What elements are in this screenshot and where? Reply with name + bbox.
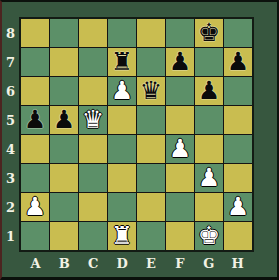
chess-board-window: 8 7 6 5 4 3 2 1 ♚♜♟♟♟♛♟♟♟♛♟♟♟♟♜♚ A B C D…: [0, 0, 279, 280]
square-g3[interactable]: ♟: [195, 164, 223, 192]
square-f7[interactable]: ♟: [166, 48, 194, 76]
piece-white-pawn[interactable]: ♟: [24, 193, 46, 221]
rank-label-7: 7: [2, 48, 19, 77]
square-a4[interactable]: [21, 135, 49, 163]
rank-label-2: 2: [2, 193, 19, 222]
square-f1[interactable]: [166, 222, 194, 250]
square-d3[interactable]: [108, 164, 136, 192]
square-b4[interactable]: [50, 135, 78, 163]
rank-labels: 8 7 6 5 4 3 2 1: [2, 19, 19, 251]
square-a5[interactable]: ♟: [21, 106, 49, 134]
file-label-c: C: [79, 254, 108, 274]
rank-label-6: 6: [2, 77, 19, 106]
piece-white-pawn[interactable]: ♟: [111, 77, 133, 105]
square-d5[interactable]: [108, 106, 136, 134]
square-a3[interactable]: [21, 164, 49, 192]
square-f3[interactable]: [166, 164, 194, 192]
rank-label-1: 1: [2, 222, 19, 251]
piece-black-pawn[interactable]: ♟: [169, 48, 191, 76]
square-c5[interactable]: ♛: [79, 106, 107, 134]
rank-label-3: 3: [2, 164, 19, 193]
square-e4[interactable]: [137, 135, 165, 163]
square-g2[interactable]: [195, 193, 223, 221]
square-c1[interactable]: [79, 222, 107, 250]
square-e2[interactable]: [137, 193, 165, 221]
square-d8[interactable]: [108, 19, 136, 47]
square-b6[interactable]: [50, 77, 78, 105]
square-g8[interactable]: ♚: [195, 19, 223, 47]
square-a8[interactable]: [21, 19, 49, 47]
piece-black-pawn[interactable]: ♟: [53, 106, 75, 134]
square-e6[interactable]: ♛: [137, 77, 165, 105]
square-a1[interactable]: [21, 222, 49, 250]
square-b8[interactable]: [50, 19, 78, 47]
square-f2[interactable]: [166, 193, 194, 221]
square-c7[interactable]: [79, 48, 107, 76]
square-g6[interactable]: ♟: [195, 77, 223, 105]
square-h2[interactable]: ♟: [224, 193, 252, 221]
file-label-f: F: [165, 254, 194, 274]
square-h7[interactable]: ♟: [224, 48, 252, 76]
square-c4[interactable]: [79, 135, 107, 163]
chess-board: ♚♜♟♟♟♛♟♟♟♛♟♟♟♟♜♚: [19, 17, 254, 252]
square-b3[interactable]: [50, 164, 78, 192]
square-e8[interactable]: [137, 19, 165, 47]
square-h1[interactable]: [224, 222, 252, 250]
piece-black-rook[interactable]: ♜: [111, 48, 133, 76]
square-h6[interactable]: [224, 77, 252, 105]
square-a2[interactable]: ♟: [21, 193, 49, 221]
square-e7[interactable]: [137, 48, 165, 76]
square-e3[interactable]: [137, 164, 165, 192]
piece-black-pawn[interactable]: ♟: [227, 48, 249, 76]
square-g5[interactable]: [195, 106, 223, 134]
square-e1[interactable]: [137, 222, 165, 250]
file-label-h: H: [223, 254, 252, 274]
square-h5[interactable]: [224, 106, 252, 134]
square-b1[interactable]: [50, 222, 78, 250]
square-h4[interactable]: [224, 135, 252, 163]
square-h8[interactable]: [224, 19, 252, 47]
square-f6[interactable]: [166, 77, 194, 105]
piece-white-pawn[interactable]: ♟: [198, 164, 220, 192]
file-label-d: D: [108, 254, 137, 274]
piece-black-pawn[interactable]: ♟: [198, 77, 220, 105]
file-label-b: B: [50, 254, 79, 274]
square-f5[interactable]: [166, 106, 194, 134]
piece-white-pawn[interactable]: ♟: [169, 135, 191, 163]
file-label-g: G: [194, 254, 223, 274]
square-d4[interactable]: [108, 135, 136, 163]
square-d7[interactable]: ♜: [108, 48, 136, 76]
rank-label-8: 8: [2, 19, 19, 48]
square-d6[interactable]: ♟: [108, 77, 136, 105]
piece-white-king[interactable]: ♚: [198, 222, 220, 250]
square-f8[interactable]: [166, 19, 194, 47]
square-g1[interactable]: ♚: [195, 222, 223, 250]
square-c6[interactable]: [79, 77, 107, 105]
square-e5[interactable]: [137, 106, 165, 134]
square-g4[interactable]: [195, 135, 223, 163]
square-b5[interactable]: ♟: [50, 106, 78, 134]
square-f4[interactable]: ♟: [166, 135, 194, 163]
square-b7[interactable]: [50, 48, 78, 76]
piece-black-pawn[interactable]: ♟: [24, 106, 46, 134]
piece-white-pawn[interactable]: ♟: [227, 193, 249, 221]
rank-label-5: 5: [2, 106, 19, 135]
file-label-e: E: [137, 254, 166, 274]
file-labels: A B C D E F G H: [21, 254, 252, 274]
square-a6[interactable]: [21, 77, 49, 105]
square-d1[interactable]: ♜: [108, 222, 136, 250]
piece-black-queen[interactable]: ♛: [140, 77, 162, 105]
square-g7[interactable]: [195, 48, 223, 76]
square-h3[interactable]: [224, 164, 252, 192]
file-label-a: A: [21, 254, 50, 274]
square-c3[interactable]: [79, 164, 107, 192]
square-c2[interactable]: [79, 193, 107, 221]
piece-white-rook[interactable]: ♜: [111, 222, 133, 250]
square-d2[interactable]: [108, 193, 136, 221]
square-c8[interactable]: [79, 19, 107, 47]
piece-black-king[interactable]: ♚: [198, 19, 220, 47]
piece-white-queen[interactable]: ♛: [82, 106, 104, 134]
square-b2[interactable]: [50, 193, 78, 221]
rank-label-4: 4: [2, 135, 19, 164]
square-a7[interactable]: [21, 48, 49, 76]
